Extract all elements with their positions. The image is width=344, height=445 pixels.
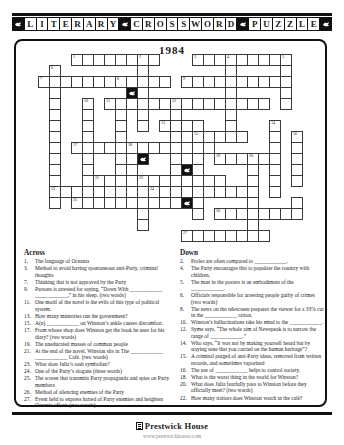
clue-number: 10. <box>180 319 188 325</box>
ornament-tile <box>319 17 332 31</box>
cell-number: 1 <box>73 55 75 59</box>
clue-item: 7.Thinking that is not approved by the P… <box>24 279 172 285</box>
clue-item: 15.A(n) ____________ on Winston’s ankle … <box>24 320 172 326</box>
clue-text: A(n) ____________ on Winston’s ankle cau… <box>35 320 163 326</box>
clue-number: 15. <box>180 353 188 359</box>
cell-number: 22 <box>139 176 143 180</box>
cell-number: 26 <box>216 209 220 213</box>
grid-cell[interactable] <box>159 76 171 88</box>
lamp-icon <box>183 200 191 207</box>
ornament-tile <box>137 153 149 165</box>
footer-rule <box>12 412 332 415</box>
lamp-icon <box>239 21 247 28</box>
clue-text: Parsons is arrested for saying, “Down Wi… <box>35 286 162 298</box>
clue-item: 2.Proles are often compared to _________… <box>180 258 326 264</box>
clue-text: At the end of the novel, Winston sits in… <box>35 348 163 360</box>
grid-cell[interactable] <box>148 54 160 66</box>
grid-cell[interactable] <box>280 98 292 110</box>
lamp-icon <box>14 21 22 28</box>
clue-number: 22. <box>180 394 188 400</box>
clue-item: 6.Officials responsible for arresting pe… <box>180 292 326 305</box>
cell-number: 11 <box>106 99 110 103</box>
clue-item: 19.The uneducated masses of common peopl… <box>24 340 172 346</box>
clue-text: From whose shop does Winston get the boo… <box>35 327 164 339</box>
clue-text: Who says, “It was not by making yourself… <box>191 340 310 352</box>
crossword-grid: 1234567891011121314151617181920212223242… <box>38 54 304 243</box>
clue-item: 22.How many traitors does Winston watch … <box>180 394 326 400</box>
clue-number: 7. <box>24 279 32 285</box>
clue-number: 4. <box>180 265 188 271</box>
publisher-name: Prestwick House <box>145 421 209 431</box>
lamp-icon <box>183 167 191 174</box>
cell-number: 20 <box>249 154 253 158</box>
grid-cell[interactable] <box>291 208 303 220</box>
clue-text: The uneducated masses of common people <box>35 340 128 346</box>
clue-item: 12.Syme says, “The whole aim of Newspeak… <box>180 326 326 339</box>
clue-text: How many traitors does Winston watch in … <box>191 394 303 400</box>
clue-text: One of the Party’s slogans (three words) <box>35 368 122 374</box>
cell-number: 8 <box>117 77 119 81</box>
clue-text: How many ministries run the government? <box>35 313 128 319</box>
across-clue-list: Across 1.The language of Oceania3.Method… <box>24 248 172 409</box>
cell-number: 9 <box>183 77 185 81</box>
clue-item: 8.The news on the telescreen prepares th… <box>180 306 326 319</box>
grid-cell[interactable] <box>258 230 270 242</box>
clue-number: 6. <box>180 292 188 298</box>
clue-item: 5.The man in the posters is an embodimen… <box>180 279 326 292</box>
cell-number: 10 <box>84 99 88 103</box>
clue-number: 3. <box>24 265 32 271</box>
clue-number: 17. <box>24 327 32 333</box>
clue-item: 17.From whose shop does Winston get the … <box>24 327 172 340</box>
cell-number: 23 <box>51 187 55 191</box>
grid-cell[interactable] <box>269 186 281 198</box>
clue-item: 20.What does Julia fearfully pass to Win… <box>180 381 326 394</box>
clue-number: 5. <box>180 279 188 285</box>
prestwick-house-book-icon <box>136 422 143 430</box>
clue-number: 23. <box>24 361 32 367</box>
clue-item: 14.Who says, “It was not by making yours… <box>180 340 326 353</box>
clue-item: 21.At the end of the novel, Winston sits… <box>24 348 172 361</box>
cell-number: 5 <box>282 55 284 59</box>
cell-number: 14 <box>271 121 275 125</box>
grid-cell[interactable] <box>49 197 61 209</box>
grid-cell[interactable] <box>137 219 149 231</box>
clue-item: 4.The Party encourages this to populate … <box>180 265 326 278</box>
clue-text: Winston’s hallucinations take his mind t… <box>191 319 323 325</box>
clue-item: 1.The language of Oceania <box>24 258 172 264</box>
down-heading: Down <box>180 248 326 257</box>
clue-text: The use of ____________ helps to control… <box>191 367 300 373</box>
cell-number: 6 <box>51 66 53 70</box>
clue-item: 15.A criminal purged of anti-Party ideas… <box>180 353 326 366</box>
clue-number: 12. <box>180 326 188 332</box>
clue-number: 27. <box>24 396 32 402</box>
clue-text: The Party encourages this to populate th… <box>191 265 309 277</box>
cell-number: 4 <box>227 55 229 59</box>
clue-number: 13. <box>24 313 32 319</box>
clue-text: Method of silencing enemies of the Party <box>35 389 124 395</box>
down-clue-list: Down 2.Proles are often compared to ____… <box>180 248 326 401</box>
clue-number: 26. <box>24 389 32 395</box>
clue-item: 25.The screen that transmits Party propa… <box>24 375 172 388</box>
clue-item: 16.The use of ____________ helps to cont… <box>180 367 326 373</box>
clue-item: 11.One motif of the novel is the evils o… <box>24 299 172 312</box>
clue-number: 1. <box>24 258 32 264</box>
clue-item: 10.Winston’s hallucinations take his min… <box>180 319 326 325</box>
cell-number: 25 <box>73 198 77 202</box>
cell-number: 16 <box>293 132 297 136</box>
clue-number: 15. <box>24 320 32 326</box>
clue-number: 11. <box>24 299 32 305</box>
cell-number: 17 <box>73 143 77 147</box>
clue-text: The language of Oceania <box>35 258 89 264</box>
cell-number: 13 <box>161 121 165 125</box>
clue-text: The man in the posters is an embodiment … <box>191 279 294 291</box>
site-url: www.prestwickhouse.com <box>86 433 258 439</box>
clue-text: Event held to express hatred of Party en… <box>35 396 163 408</box>
clue-text: Thinking that is not approved by the Par… <box>35 279 126 285</box>
lamp-icon <box>322 21 330 28</box>
grid-cell[interactable] <box>291 175 303 187</box>
clue-text: A criminal purged of anti-Party ideas, r… <box>191 353 321 365</box>
clue-text: What is the worst thing in the world for… <box>191 374 298 380</box>
clue-item: 24.One of the Party’s slogans (three wor… <box>24 368 172 374</box>
cell-number: 7 <box>40 77 42 81</box>
clue-number: 9. <box>24 286 32 292</box>
cell-number: 12 <box>172 99 176 103</box>
lamp-icon <box>139 156 147 163</box>
cell-number: 19 <box>216 154 220 158</box>
clue-number: 16. <box>180 367 188 373</box>
clue-text: The screen that transmits Party propagan… <box>35 375 169 387</box>
cell-number: 21 <box>95 176 99 180</box>
cell-number: 18 <box>128 143 132 147</box>
clue-text: The news on the telescreen prepares the … <box>191 306 324 318</box>
header-letter-tiles: LITERARYCROSSWORDPUZZLE <box>12 17 332 32</box>
clue-text: One motif of the novel is the evils of t… <box>35 299 159 311</box>
clue-item: 13.How many ministries run the governmen… <box>24 313 172 319</box>
clue-number: 19. <box>24 340 32 346</box>
clue-item: 3.Method to avoid having spontaneous ant… <box>24 265 172 278</box>
clue-text: Method to avoid having spontaneous anti-… <box>35 265 158 277</box>
clue-item: 26.Method of silencing enemies of the Pa… <box>24 389 172 395</box>
grid-cell[interactable] <box>192 208 204 220</box>
clue-number: 25. <box>24 375 32 381</box>
clue-number: 18. <box>180 374 188 380</box>
clue-item: 27.Event held to express hatred of Party… <box>24 396 172 409</box>
grid-cell[interactable] <box>137 120 149 132</box>
clue-item: 18.What is the worst thing in the world … <box>180 374 326 380</box>
lamp-icon <box>128 90 136 97</box>
lamp-icon <box>121 21 129 28</box>
grid-cell[interactable] <box>258 98 270 110</box>
clue-number: 2. <box>180 258 188 264</box>
cell-number: 27 <box>183 231 187 235</box>
cell-number: 2 <box>139 55 141 59</box>
cell-number: 15 <box>194 132 198 136</box>
clue-text: Proles are often compared to ___________… <box>191 258 288 264</box>
across-heading: Across <box>24 248 172 257</box>
grid-cell[interactable] <box>236 131 248 143</box>
clue-text: Officials responsible for arresting peop… <box>191 292 315 304</box>
clue-item: 23.What does Julia’s sash symbolize? <box>24 361 172 367</box>
header-top-rule <box>12 13 332 16</box>
clue-text: What does Julia fearfully pass to Winsto… <box>191 381 307 393</box>
clue-number: 24. <box>24 368 32 374</box>
footer-logo: Prestwick House www.prestwickhouse.com <box>0 416 344 445</box>
cell-number: 3 <box>194 55 196 59</box>
clue-text: Syme says, “The whole aim of Newspeak is… <box>191 326 316 338</box>
clue-item: 9.Parsons is arrested for saying, “Down … <box>24 286 172 299</box>
clue-number: 20. <box>180 381 188 387</box>
clue-number: 14. <box>180 340 188 346</box>
clue-number: 21. <box>24 348 32 354</box>
clue-text: What does Julia’s sash symbolize? <box>35 361 110 367</box>
clue-number: 8. <box>180 306 188 312</box>
cell-number: 24 <box>150 187 154 191</box>
